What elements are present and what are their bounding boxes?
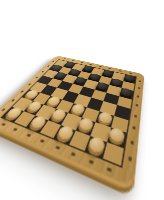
peg-hole bbox=[13, 128, 18, 132]
peg-hole bbox=[72, 60, 75, 61]
peg-hole bbox=[40, 139, 45, 143]
peg-hole bbox=[139, 80, 142, 82]
peg-hole bbox=[1, 108, 5, 111]
peg-hole bbox=[11, 99, 15, 102]
peg-hole bbox=[109, 68, 112, 70]
peg-hole bbox=[99, 66, 102, 68]
peg-hole bbox=[107, 167, 112, 173]
photo-canvas bbox=[0, 0, 164, 200]
peg-hole bbox=[137, 95, 140, 97]
peg-hole bbox=[130, 140, 134, 145]
peg-hole bbox=[1, 123, 6, 127]
peg-hole bbox=[135, 104, 138, 107]
peg-hole bbox=[81, 62, 84, 63]
peg-hole bbox=[28, 83, 31, 85]
peg-hole bbox=[134, 114, 137, 117]
peg-hole bbox=[132, 126, 136, 130]
peg-hole bbox=[119, 70, 122, 72]
checkers-board bbox=[0, 55, 144, 188]
peg-hole bbox=[128, 157, 132, 162]
peg-hole bbox=[35, 77, 38, 79]
peg-hole bbox=[55, 145, 60, 150]
peg-hole bbox=[71, 152, 76, 157]
peg-hole bbox=[90, 64, 93, 65]
peg-hole bbox=[64, 58, 67, 59]
peg-hole bbox=[88, 159, 93, 165]
peg-hole bbox=[26, 133, 31, 137]
peg-hole bbox=[129, 72, 132, 74]
peg-hole bbox=[20, 91, 24, 93]
peg-hole bbox=[138, 87, 141, 89]
perspective-scene bbox=[0, 0, 164, 200]
